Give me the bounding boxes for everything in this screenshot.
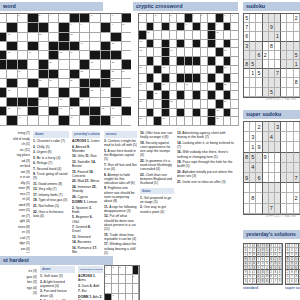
cell[interactable]: 22 [111,60,121,69]
black-cell[interactable] [80,107,90,116]
cell[interactable] [39,107,49,116]
cell[interactable]: 37 [80,98,90,107]
black-cell[interactable] [224,57,232,66]
empty-cell[interactable] [294,163,300,173]
black-cell[interactable] [177,109,185,118]
empty-cell[interactable] [294,42,300,51]
cell[interactable] [170,40,178,49]
cell[interactable]: 6 [133,275,140,284]
cell[interactable] [59,70,69,79]
cell[interactable]: 12 [39,33,49,42]
black-cell[interactable] [39,23,49,32]
cell[interactable] [162,14,170,23]
cell[interactable] [201,31,209,40]
black-cell[interactable] [147,74,155,83]
cell[interactable]: 11 [216,31,224,40]
black-cell[interactable] [7,60,17,69]
digit-cell[interactable]: 7 [294,173,300,183]
digit-cell[interactable]: 2 [294,14,300,23]
black-cell[interactable] [154,83,162,92]
cell[interactable]: 11 [7,33,17,42]
cell[interactable]: 28 [139,117,147,126]
cell[interactable]: 5 [201,14,209,23]
cell[interactable]: 17 [28,51,38,60]
cell[interactable]: 19 [139,83,147,92]
cell[interactable] [59,60,69,69]
black-cell[interactable] [70,70,80,79]
empty-cell[interactable] [294,132,300,142]
cell[interactable] [231,31,239,40]
cell[interactable]: 21 [90,60,100,69]
black-cell[interactable] [216,100,224,109]
cell[interactable] [59,79,69,88]
black-cell[interactable] [162,23,170,32]
cell[interactable] [154,23,162,32]
cell[interactable] [147,14,155,23]
cell[interactable] [208,83,216,92]
black-cell[interactable] [177,74,185,83]
black-cell[interactable] [0,51,7,60]
black-cell[interactable] [122,14,132,23]
black-cell[interactable] [147,109,155,118]
cell[interactable] [0,23,7,32]
black-cell[interactable] [147,23,155,32]
cell[interactable]: 5 [90,14,100,23]
cell[interactable]: 21 [185,83,193,92]
cell[interactable] [193,83,201,92]
quick-crossword-cells[interactable]: 1234567891011121314151617181920212223242… [0,13,131,126]
cell[interactable]: 27 [122,70,132,79]
cell[interactable]: 16 [7,51,17,60]
cell[interactable] [154,48,162,57]
black-cell[interactable] [49,42,59,51]
sudoku-grid[interactable]: 5279613862585115785 [243,13,300,98]
cell[interactable] [177,48,185,57]
cell[interactable]: 20 [162,83,170,92]
digit-cell[interactable]: 2 [294,193,300,203]
cell[interactable] [147,100,155,109]
cell[interactable] [185,40,193,49]
mini-crossword-grid[interactable]: 12345678 [104,265,140,300]
cell[interactable] [208,66,216,75]
cell[interactable] [231,57,239,66]
cell[interactable] [28,60,38,69]
cell[interactable] [112,284,119,293]
empty-cell[interactable] [294,204,300,214]
empty-cell[interactable] [294,153,300,163]
cell[interactable] [0,42,7,51]
cell[interactable] [201,66,209,75]
cell[interactable] [49,88,59,97]
cell[interactable] [7,14,17,23]
black-cell[interactable] [7,98,17,107]
cell[interactable]: 24 [139,100,147,109]
black-cell[interactable] [28,23,38,32]
cell[interactable] [119,294,126,300]
cell[interactable] [154,31,162,40]
cell[interactable] [90,42,100,51]
cell[interactable] [185,100,193,109]
cell[interactable] [201,74,209,83]
cell[interactable] [224,31,232,40]
cell[interactable]: 6 [111,14,121,23]
black-cell[interactable] [70,14,80,23]
cell[interactable]: 39 [18,107,28,116]
cell[interactable] [18,88,28,97]
cell[interactable] [139,91,147,100]
cell[interactable] [208,48,216,57]
black-cell[interactable] [49,70,59,79]
cell[interactable] [139,57,147,66]
black-cell[interactable] [101,79,111,88]
cell[interactable]: 42 [101,107,111,116]
cell[interactable] [216,91,224,100]
cell[interactable] [224,117,232,126]
cell[interactable]: 23 [0,70,7,79]
cell[interactable]: 3 [170,14,178,23]
black-cell[interactable] [208,74,216,83]
cell[interactable] [193,31,201,40]
black-cell[interactable] [224,40,232,49]
cell[interactable] [231,117,239,126]
quick-crossword-grid[interactable]: 1234567891011121314151617181920212223242… [0,13,131,126]
cell[interactable] [208,100,216,109]
black-cell[interactable] [59,88,69,97]
cell[interactable]: 7 [70,23,80,32]
black-cell[interactable] [208,91,216,100]
cell[interactable]: 32 [7,88,17,97]
cell[interactable] [18,51,28,60]
cell[interactable] [126,284,133,293]
cell[interactable] [177,14,185,23]
empty-cell[interactable] [294,183,300,193]
cell[interactable] [193,66,201,75]
cell[interactable] [154,40,162,49]
black-cell[interactable] [0,60,7,69]
black-cell[interactable] [49,51,59,60]
cell[interactable]: 23 [154,91,162,100]
black-cell[interactable] [101,51,111,60]
cell[interactable]: 8 [112,294,119,300]
cell[interactable]: 17 [162,66,170,75]
cell[interactable] [201,117,209,126]
cell[interactable]: 3 [39,14,49,23]
cell[interactable]: 16 [139,66,147,75]
black-cell[interactable] [177,57,185,66]
cell[interactable]: 45 [70,116,80,125]
cell[interactable] [49,23,59,32]
cell[interactable] [28,70,38,79]
black-cell[interactable] [216,83,224,92]
cell[interactable] [154,74,162,83]
black-cell[interactable] [111,98,121,107]
cell[interactable]: 26 [111,70,121,79]
black-cell[interactable] [0,33,7,42]
black-cell[interactable] [101,23,111,32]
black-cell[interactable] [185,74,193,83]
cell[interactable] [122,51,132,60]
black-cell[interactable] [208,23,216,32]
cell[interactable]: 30 [70,79,80,88]
cell[interactable]: 5 [105,275,112,284]
cell[interactable] [193,48,201,57]
black-cell[interactable] [80,88,90,97]
cell[interactable] [139,74,147,83]
cell[interactable] [154,57,162,66]
cell[interactable] [185,91,193,100]
black-cell[interactable] [59,116,69,125]
cell[interactable]: 18 [59,51,69,60]
cell[interactable] [119,275,126,284]
cell[interactable] [154,109,162,118]
cell[interactable]: 15 [224,48,232,57]
cell[interactable] [154,100,162,109]
cell[interactable] [101,14,111,23]
black-cell[interactable] [162,48,170,57]
cell[interactable] [122,116,132,125]
black-cell[interactable] [122,107,132,116]
black-cell[interactable] [7,42,17,51]
black-cell[interactable] [208,57,216,66]
cell[interactable] [28,88,38,97]
black-cell[interactable] [80,79,90,88]
black-cell[interactable] [101,70,111,79]
black-cell[interactable] [133,266,140,275]
cell[interactable]: 3 [119,266,126,275]
cell[interactable] [201,40,209,49]
cell[interactable]: 31 [111,79,121,88]
cell[interactable] [80,33,90,42]
cell[interactable]: 1 [139,14,147,23]
black-cell[interactable] [18,98,28,107]
cell[interactable] [216,74,224,83]
cell[interactable]: 9 [216,23,224,32]
black-cell[interactable] [193,57,201,66]
cell[interactable]: 10 [147,31,155,40]
black-cell[interactable] [111,88,121,97]
cell[interactable] [112,275,119,284]
cell[interactable] [201,48,209,57]
cell[interactable] [231,83,239,92]
cell[interactable] [0,116,7,125]
cell[interactable] [177,31,185,40]
cell[interactable] [170,74,178,83]
cell[interactable] [185,31,193,40]
cell[interactable] [177,66,185,75]
black-cell[interactable] [162,40,170,49]
cell[interactable] [177,83,185,92]
digit-cell[interactable]: 8 [294,78,300,87]
cell[interactable] [39,42,49,51]
cell[interactable] [201,23,209,32]
black-cell[interactable] [224,23,232,32]
black-cell[interactable] [162,74,170,83]
cell[interactable] [0,79,7,88]
cell[interactable] [18,33,28,42]
cell[interactable] [170,109,178,118]
black-cell[interactable] [177,40,185,49]
black-cell[interactable] [216,48,224,57]
cell[interactable] [126,294,133,300]
cell[interactable]: 7 [105,284,112,293]
cell[interactable]: 29 [162,117,170,126]
black-cell[interactable] [185,14,193,23]
cell[interactable]: 4 [49,14,59,23]
cell[interactable] [170,57,178,66]
cell[interactable]: 6 [224,14,232,23]
cell[interactable]: 46 [111,116,121,125]
black-cell[interactable] [224,91,232,100]
cell[interactable] [185,109,193,118]
cell[interactable] [70,88,80,97]
cell[interactable]: 9 [111,23,121,32]
black-cell[interactable] [101,42,111,51]
empty-cell[interactable] [294,122,300,132]
cell[interactable] [7,70,17,79]
black-cell[interactable] [154,66,162,75]
black-cell[interactable] [80,60,90,69]
cell[interactable] [231,74,239,83]
digit-cell[interactable]: 5 [294,51,300,60]
cell[interactable] [122,42,132,51]
black-cell[interactable] [193,91,201,100]
black-cell[interactable] [185,57,193,66]
black-cell[interactable] [70,42,80,51]
black-cell[interactable] [0,107,7,116]
cell[interactable] [122,33,132,42]
black-cell[interactable] [216,14,224,23]
black-cell[interactable] [7,79,17,88]
empty-cell[interactable] [294,32,300,41]
black-cell[interactable] [193,23,201,32]
cell[interactable]: 14 [80,42,90,51]
cell[interactable] [147,117,155,126]
black-cell[interactable] [208,117,216,126]
black-cell[interactable] [147,91,155,100]
cell[interactable] [18,23,28,32]
cell[interactable] [70,60,80,69]
cell[interactable]: 30 [216,117,224,126]
cell[interactable] [231,91,239,100]
cell[interactable] [80,116,90,125]
cell[interactable] [122,79,132,88]
cell[interactable] [49,116,59,125]
black-cell[interactable] [28,42,38,51]
black-cell[interactable] [162,109,170,118]
cell[interactable]: 44 [18,116,28,125]
black-cell[interactable] [224,109,232,118]
cell[interactable]: 12 [139,40,147,49]
cell[interactable]: 10 [122,23,132,32]
cell[interactable]: 19 [70,51,80,60]
cell[interactable]: 35 [39,98,49,107]
empty-cell[interactable] [294,88,300,97]
black-cell[interactable] [122,60,132,69]
cell[interactable] [231,100,239,109]
empty-cell[interactable] [294,142,300,152]
cell[interactable] [101,33,111,42]
cell[interactable] [147,66,155,75]
cell[interactable] [208,14,216,23]
cell[interactable] [231,23,239,32]
cell[interactable]: 13 [70,33,80,42]
cell[interactable] [59,14,69,23]
cell[interactable] [28,116,38,125]
cell[interactable] [90,33,100,42]
black-cell[interactable] [208,40,216,49]
black-cell[interactable] [162,57,170,66]
cell[interactable]: 13 [139,48,147,57]
cell[interactable] [231,109,239,118]
black-cell[interactable] [39,60,49,69]
cell[interactable] [101,60,111,69]
cell[interactable]: 27 [216,109,224,118]
cell[interactable] [177,117,185,126]
cell[interactable] [147,83,155,92]
black-cell[interactable] [111,51,121,60]
super-sudoku-grid[interactable]: 2334198594967827 [243,121,300,215]
cell[interactable]: 38 [7,107,17,116]
cell[interactable] [49,98,59,107]
cell[interactable]: 34 [101,88,111,97]
cell[interactable]: 2 [112,266,119,275]
cell[interactable]: 14 [170,48,178,57]
black-cell[interactable] [59,42,69,51]
black-cell[interactable] [90,116,100,125]
black-cell[interactable] [193,40,201,49]
black-cell[interactable] [177,91,185,100]
cell[interactable]: 8 [80,23,90,32]
cell[interactable] [185,117,193,126]
cell[interactable]: 43 [111,107,121,116]
cell[interactable]: 25 [80,70,90,79]
black-cell[interactable] [90,51,100,60]
cell[interactable]: 22 [224,83,232,92]
cell[interactable] [90,98,100,107]
cryptic-crossword-cells[interactable]: 1234567891011121314151617181920212223242… [138,13,239,126]
cell[interactable] [122,98,132,107]
cell[interactable]: 2 [18,14,28,23]
cell[interactable] [0,98,7,107]
cell[interactable]: 8 [185,23,193,32]
cell[interactable] [39,51,49,60]
cell[interactable]: 2 [154,14,162,23]
black-cell[interactable] [224,74,232,83]
cell[interactable] [231,66,239,75]
black-cell[interactable] [139,31,147,40]
mini-crossword-cells[interactable]: 12345678 [104,265,140,300]
black-cell[interactable] [39,88,49,97]
cell[interactable] [119,284,126,293]
cell[interactable]: 20 [49,60,59,69]
cell[interactable] [170,83,178,92]
black-cell[interactable] [59,33,69,42]
cell[interactable] [170,23,178,32]
cell[interactable] [133,294,140,300]
black-cell[interactable] [90,107,100,116]
black-cell[interactable] [7,116,17,125]
black-cell[interactable] [7,23,17,32]
cell[interactable]: 41 [70,107,80,116]
cell[interactable] [201,100,209,109]
cell[interactable] [193,100,201,109]
black-cell[interactable] [216,66,224,75]
black-cell[interactable] [105,294,112,300]
black-cell[interactable] [18,60,28,69]
cell[interactable] [170,66,178,75]
cell[interactable] [170,31,178,40]
black-cell[interactable] [154,117,162,126]
